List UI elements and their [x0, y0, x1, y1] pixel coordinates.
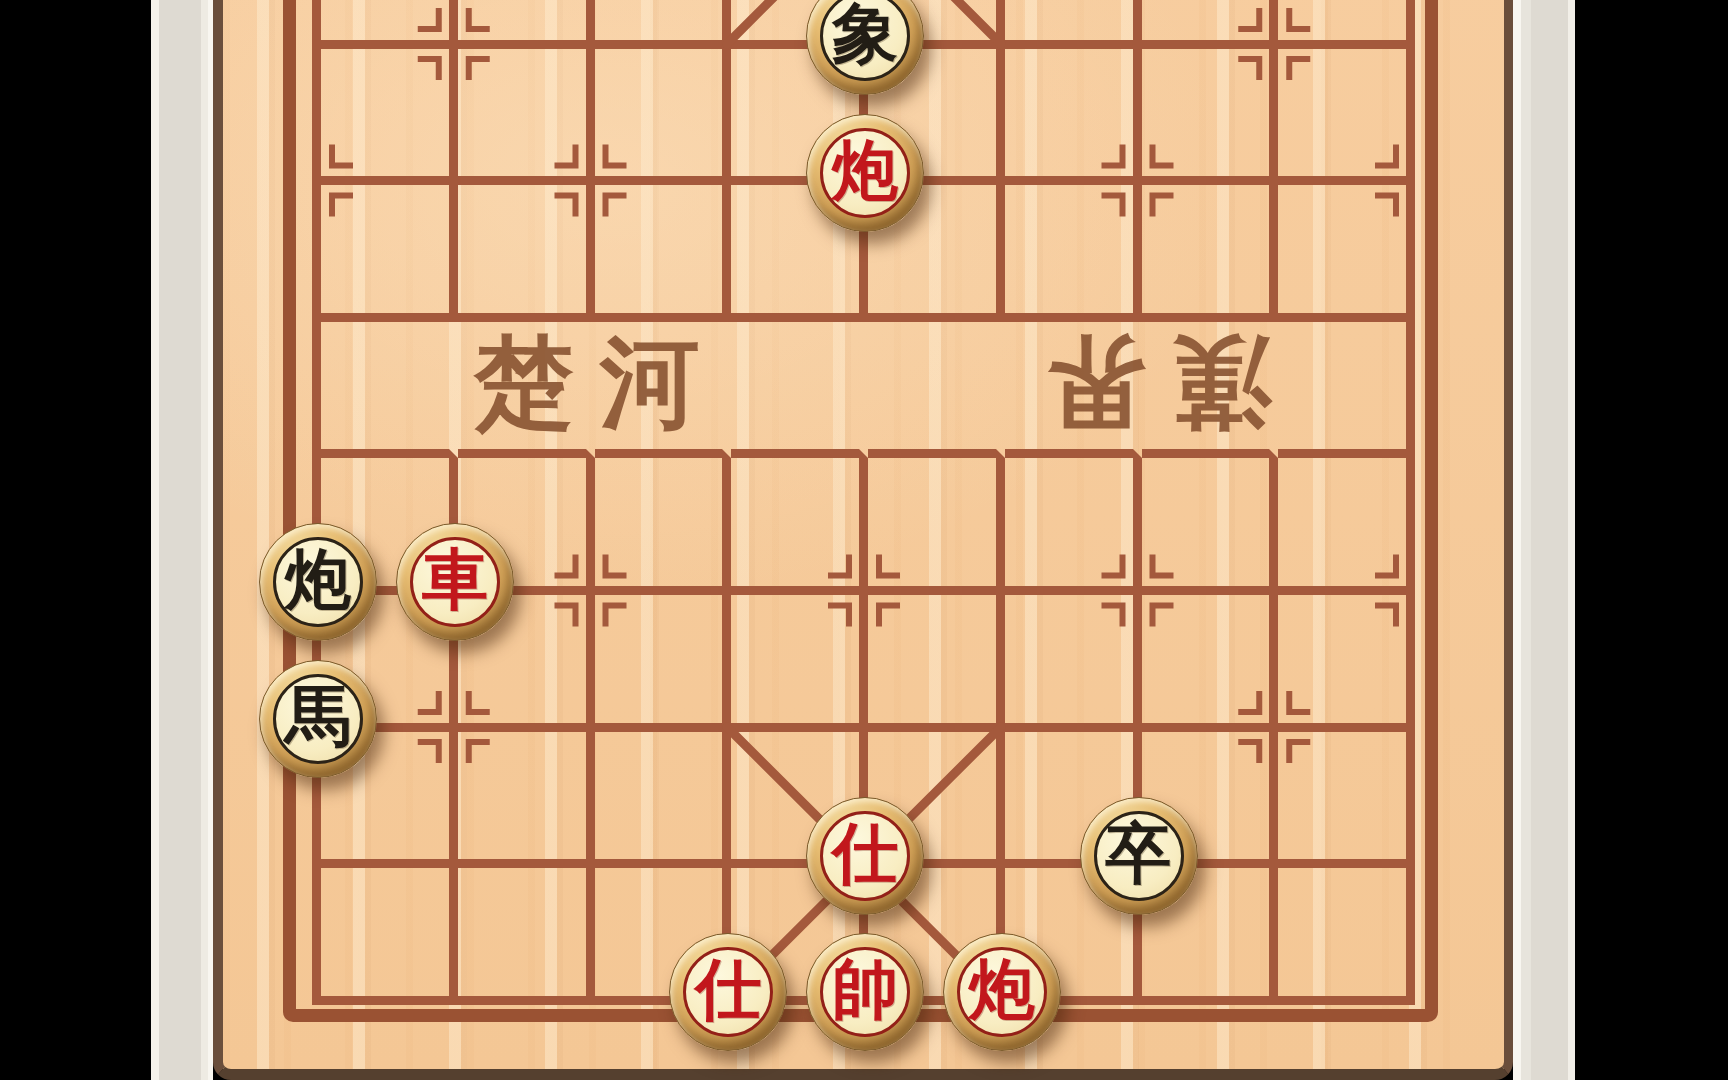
river-label-han-jie: 漢界 — [1020, 313, 1272, 448]
board-cell[interactable] — [1005, 458, 1142, 595]
piece-red-cannon-b[interactable]: 炮 — [943, 933, 1061, 1051]
board-cell[interactable] — [1278, 595, 1415, 732]
piece-face: 車 — [410, 537, 500, 627]
piece-black-horse[interactable]: 馬 — [259, 660, 377, 778]
board-cell[interactable] — [1278, 0, 1415, 49]
board-cell[interactable] — [1142, 458, 1279, 595]
board-cell[interactable] — [458, 732, 595, 869]
piece-black-cannon[interactable]: 炮 — [259, 523, 377, 641]
piece-face: 象 — [820, 0, 910, 81]
board-cell[interactable] — [1278, 868, 1415, 1005]
board-cell[interactable] — [1005, 595, 1142, 732]
board-cell[interactable] — [458, 49, 595, 186]
board-cell[interactable] — [731, 458, 868, 595]
board-cell[interactable] — [1278, 185, 1415, 322]
piece-face: 仕 — [820, 811, 910, 901]
right-margin-strip — [1513, 0, 1575, 1080]
piece-glyph: 炮 — [832, 138, 898, 204]
board-cell[interactable] — [595, 458, 732, 595]
board-cell[interactable] — [1142, 0, 1279, 49]
board-cell[interactable] — [595, 0, 732, 49]
board-cell[interactable] — [1005, 49, 1142, 186]
piece-glyph: 車 — [422, 547, 488, 613]
piece-face: 炮 — [957, 947, 1047, 1037]
board-cell[interactable] — [868, 595, 1005, 732]
board-cell[interactable] — [1142, 185, 1279, 322]
river-label-chu-he: 楚河 — [474, 317, 726, 452]
board-cell[interactable] — [321, 49, 458, 186]
piece-face: 帥 — [820, 947, 910, 1037]
piece-glyph: 帥 — [832, 957, 898, 1023]
piece-face: 仕 — [683, 947, 773, 1037]
piece-glyph: 卒 — [1106, 821, 1172, 887]
piece-red-advisor-a[interactable]: 仕 — [806, 797, 924, 915]
board-cell[interactable] — [321, 322, 458, 459]
board-cell[interactable] — [1142, 49, 1279, 186]
board-cell[interactable] — [1005, 0, 1142, 49]
board-cell[interactable] — [458, 0, 595, 49]
board-cell[interactable] — [595, 185, 732, 322]
board-cell[interactable] — [1278, 322, 1415, 459]
piece-glyph: 炮 — [969, 957, 1035, 1023]
piece-glyph: 象 — [832, 1, 898, 67]
piece-glyph: 馬 — [285, 684, 351, 750]
board-cell[interactable] — [1278, 732, 1415, 869]
board-cell[interactable] — [458, 185, 595, 322]
board-cell[interactable] — [595, 595, 732, 732]
board-cell[interactable] — [458, 868, 595, 1005]
piece-red-chariot[interactable]: 車 — [396, 523, 514, 641]
piece-face: 卒 — [1094, 811, 1184, 901]
piece-face: 炮 — [273, 537, 363, 627]
board-cell[interactable] — [731, 595, 868, 732]
board-cell[interactable] — [321, 868, 458, 1005]
game-screen: 楚河 漢界 象炮炮車馬仕卒仕帥炮 — [0, 0, 1728, 1080]
left-letterbox — [0, 0, 151, 1080]
board-cell[interactable] — [1142, 595, 1279, 732]
board-cell[interactable] — [731, 322, 868, 459]
piece-glyph: 炮 — [285, 547, 351, 613]
board-cell[interactable] — [595, 732, 732, 869]
piece-red-cannon-a[interactable]: 炮 — [806, 114, 924, 232]
board-cell[interactable] — [1278, 458, 1415, 595]
piece-red-advisor-b[interactable]: 仕 — [669, 933, 787, 1051]
board-cell[interactable] — [321, 185, 458, 322]
left-margin-strip — [151, 0, 213, 1080]
board-cell[interactable] — [321, 0, 458, 49]
piece-glyph: 仕 — [695, 957, 761, 1023]
board-cell[interactable] — [868, 458, 1005, 595]
right-letterbox — [1575, 0, 1728, 1080]
board-cell[interactable] — [1278, 49, 1415, 186]
board-cell[interactable] — [868, 322, 1005, 459]
piece-face: 馬 — [273, 674, 363, 764]
board-cell[interactable] — [595, 49, 732, 186]
board-cell[interactable] — [1005, 185, 1142, 322]
piece-red-general[interactable]: 帥 — [806, 933, 924, 1051]
piece-glyph: 仕 — [832, 821, 898, 887]
piece-face: 炮 — [820, 128, 910, 218]
piece-black-soldier[interactable]: 卒 — [1080, 797, 1198, 915]
